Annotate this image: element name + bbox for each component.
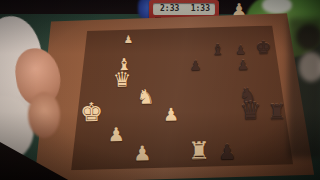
piece-black-king-g8: ♚: [256, 39, 272, 57]
player-hand-lower: [28, 92, 60, 138]
piece-white-queen-e2: ♛: [113, 69, 132, 90]
piece-white-king-c1: ♚: [80, 100, 104, 126]
piece-black-queen-c7: ♛: [239, 99, 261, 124]
piece-white-pawn-b2: ♟: [107, 125, 124, 144]
piece-white-pawn-a3: ♟: [133, 143, 152, 164]
piece-white-pawn-c4: ♟: [163, 107, 179, 125]
piece-black-pawn-f7: ♟: [237, 59, 249, 72]
piece-black-pawn-a6: ♟: [218, 142, 237, 163]
piece-white-pawn-h2: ♟: [124, 34, 133, 45]
broadcast-frame: ♟ 2:33 1:33 ♟♚♟♝♟♟♝♛♞♞♜♛♟♚♟♟♜♟: [0, 0, 320, 180]
piece-black-pawn-f5: ♟: [190, 59, 202, 72]
piece-black-rook-c8: ♜: [268, 102, 287, 123]
piece-white-rook-a5: ♜: [188, 139, 210, 164]
board-right-shadow: [288, 18, 320, 158]
piece-white-knight-d3: ♞: [136, 86, 154, 106]
piece-black-bishop-g6: ♝: [211, 42, 224, 57]
piece-black-pawn-g7: ♟: [235, 45, 246, 57]
